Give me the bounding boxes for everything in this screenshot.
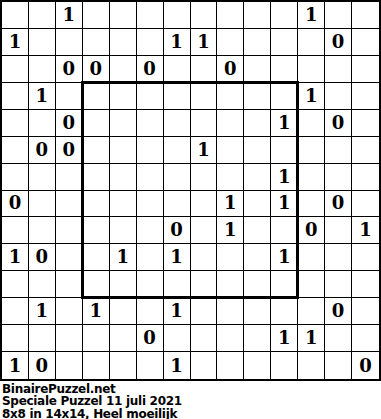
cell-r4c10[interactable] — [244, 83, 271, 110]
cell-r11c7[interactable] — [164, 271, 191, 298]
cell-r7c8[interactable] — [191, 164, 218, 191]
cell-r12c12[interactable] — [298, 298, 325, 325]
cell-r9c8[interactable] — [191, 217, 218, 244]
cell-r4c2: 1 — [29, 83, 56, 110]
cell-r2c2[interactable] — [29, 29, 56, 56]
cell-r10c1: 1 — [2, 244, 29, 271]
cell-r6c13[interactable] — [325, 137, 352, 164]
cell-r8c2[interactable] — [29, 191, 56, 218]
cell-r3c11[interactable] — [271, 56, 298, 83]
cell-r2c4[interactable] — [83, 29, 110, 56]
cell-r8c14[interactable] — [352, 191, 379, 218]
cell-r5c8[interactable] — [191, 110, 218, 137]
cell-r6c6[interactable] — [137, 137, 164, 164]
cell-r8c1: 0 — [2, 191, 29, 218]
cell-r6c3: 0 — [56, 137, 83, 164]
cell-r11c2[interactable] — [29, 271, 56, 298]
cell-r12c11[interactable] — [271, 298, 298, 325]
cell-r13c1[interactable] — [2, 325, 29, 352]
cell-r14c3[interactable] — [56, 352, 83, 379]
cell-r10c13[interactable] — [325, 244, 352, 271]
cell-r9c12: 0 — [298, 217, 325, 244]
cell-r9c14: 1 — [352, 217, 379, 244]
cell-r6c7[interactable] — [164, 137, 191, 164]
cell-r3c3: 0 — [56, 56, 83, 83]
cell-r2c3[interactable] — [56, 29, 83, 56]
cell-r1c9[interactable] — [217, 2, 244, 29]
cell-r3c8[interactable] — [191, 56, 218, 83]
cell-r14c8[interactable] — [191, 352, 218, 379]
cell-r7c14[interactable] — [352, 164, 379, 191]
cell-r9c6[interactable] — [137, 217, 164, 244]
cell-r12c5[interactable] — [110, 298, 137, 325]
cell-r11c14[interactable] — [352, 271, 379, 298]
cell-r13c10[interactable] — [244, 325, 271, 352]
cell-r3c7[interactable] — [164, 56, 191, 83]
cell-r8c8[interactable] — [191, 191, 218, 218]
cell-r5c4[interactable] — [83, 110, 110, 137]
cell-r10c12[interactable] — [298, 244, 325, 271]
cell-r4c5[interactable] — [110, 83, 137, 110]
cell-r6c11[interactable] — [271, 137, 298, 164]
cell-r6c2: 0 — [29, 137, 56, 164]
cell-r5c1[interactable] — [2, 110, 29, 137]
cell-r4c7[interactable] — [164, 83, 191, 110]
cell-r11c5[interactable] — [110, 271, 137, 298]
cell-r14c12[interactable] — [298, 352, 325, 379]
cell-r1c5[interactable] — [110, 2, 137, 29]
cell-r12c10[interactable] — [244, 298, 271, 325]
cell-r1c8[interactable] — [191, 2, 218, 29]
cell-r9c9: 1 — [217, 217, 244, 244]
cell-r7c6[interactable] — [137, 164, 164, 191]
cell-r5c14[interactable] — [352, 110, 379, 137]
cell-r11c3[interactable] — [56, 271, 83, 298]
cell-r6c14[interactable] — [352, 137, 379, 164]
cell-r2c11[interactable] — [271, 29, 298, 56]
cell-r1c7[interactable] — [164, 2, 191, 29]
cell-r14c2: 0 — [29, 352, 56, 379]
cell-r12c13: 0 — [325, 298, 352, 325]
cell-r8c10[interactable] — [244, 191, 271, 218]
cell-r5c10[interactable] — [244, 110, 271, 137]
cell-r14c11[interactable] — [271, 352, 298, 379]
cell-r1c1[interactable] — [2, 2, 29, 29]
cell-r14c4[interactable] — [83, 352, 110, 379]
cell-r5c7[interactable] — [164, 110, 191, 137]
cell-r6c10[interactable] — [244, 137, 271, 164]
cell-r13c9[interactable] — [217, 325, 244, 352]
cell-r11c8[interactable] — [191, 271, 218, 298]
cell-r10c11: 1 — [271, 244, 298, 271]
cell-r1c3: 1 — [56, 2, 83, 29]
cell-r6c12[interactable] — [298, 137, 325, 164]
cell-r7c3[interactable] — [56, 164, 83, 191]
cell-r4c11[interactable] — [271, 83, 298, 110]
cell-r5c3: 0 — [56, 110, 83, 137]
cell-r9c1[interactable] — [2, 217, 29, 244]
cell-r7c1[interactable] — [2, 164, 29, 191]
cell-r12c1[interactable] — [2, 298, 29, 325]
cell-r6c1[interactable] — [2, 137, 29, 164]
cell-r11c12[interactable] — [298, 271, 325, 298]
puzzle-board: 1111100000110100011011001011011111100111… — [0, 0, 381, 381]
cell-r12c9[interactable] — [217, 298, 244, 325]
cell-r11c1[interactable] — [2, 271, 29, 298]
cell-r14c10[interactable] — [244, 352, 271, 379]
cell-r8c5[interactable] — [110, 191, 137, 218]
cell-r9c11[interactable] — [271, 217, 298, 244]
cell-r8c7[interactable] — [164, 191, 191, 218]
cell-r2c9[interactable] — [217, 29, 244, 56]
cell-r4c14[interactable] — [352, 83, 379, 110]
puzzle-subtitle: 8x8 in 14x14, Heel moeilijk — [2, 408, 381, 419]
cell-r14c7: 1 — [164, 352, 191, 379]
cell-r7c2[interactable] — [29, 164, 56, 191]
cell-r12c7: 1 — [164, 298, 191, 325]
cell-r7c13[interactable] — [325, 164, 352, 191]
cell-r8c9: 1 — [217, 191, 244, 218]
cell-r5c9[interactable] — [217, 110, 244, 137]
cell-r10c3[interactable] — [56, 244, 83, 271]
cell-r13c3[interactable] — [56, 325, 83, 352]
cell-r4c8[interactable] — [191, 83, 218, 110]
cell-r1c2[interactable] — [29, 2, 56, 29]
cell-r1c14[interactable] — [352, 2, 379, 29]
cell-r9c5[interactable] — [110, 217, 137, 244]
cell-r2c10[interactable] — [244, 29, 271, 56]
cell-r11c6[interactable] — [137, 271, 164, 298]
cell-r3c14[interactable] — [352, 56, 379, 83]
cell-r7c7[interactable] — [164, 164, 191, 191]
cell-r3c10[interactable] — [244, 56, 271, 83]
puzzle-title: Speciale Puzzel 11 juli 2021 — [2, 395, 381, 407]
cell-r13c8[interactable] — [191, 325, 218, 352]
cell-r9c13[interactable] — [325, 217, 352, 244]
cell-r14c14: 0 — [352, 352, 379, 379]
cell-r10c9[interactable] — [217, 244, 244, 271]
cell-r11c9[interactable] — [217, 271, 244, 298]
cell-r6c8: 1 — [191, 137, 218, 164]
cell-r1c4[interactable] — [83, 2, 110, 29]
cell-r5c11: 1 — [271, 110, 298, 137]
cell-r10c14[interactable] — [352, 244, 379, 271]
cell-r1c10[interactable] — [244, 2, 271, 29]
cell-r2c13: 0 — [325, 29, 352, 56]
cell-r11c11[interactable] — [271, 271, 298, 298]
cell-r7c5[interactable] — [110, 164, 137, 191]
cell-r12c8[interactable] — [191, 298, 218, 325]
cell-r10c6[interactable] — [137, 244, 164, 271]
cell-r3c13[interactable] — [325, 56, 352, 83]
cell-r14c9[interactable] — [217, 352, 244, 379]
cell-r12c2: 1 — [29, 298, 56, 325]
cell-r3c5[interactable] — [110, 56, 137, 83]
cell-r3c4: 0 — [83, 56, 110, 83]
cell-r7c9[interactable] — [217, 164, 244, 191]
cell-r8c6[interactable] — [137, 191, 164, 218]
cell-r9c2[interactable] — [29, 217, 56, 244]
cell-r4c3[interactable] — [56, 83, 83, 110]
cell-r8c4[interactable] — [83, 191, 110, 218]
cell-r5c2[interactable] — [29, 110, 56, 137]
cell-r13c4[interactable] — [83, 325, 110, 352]
cell-r12c4: 1 — [83, 298, 110, 325]
cell-r5c5[interactable] — [110, 110, 137, 137]
cell-r3c2[interactable] — [29, 56, 56, 83]
cell-r4c12: 1 — [298, 83, 325, 110]
cell-r11c4[interactable] — [83, 271, 110, 298]
cell-r7c10[interactable] — [244, 164, 271, 191]
cell-r10c8[interactable] — [191, 244, 218, 271]
cell-r13c2[interactable] — [29, 325, 56, 352]
cell-r13c6: 0 — [137, 325, 164, 352]
cell-r1c12: 1 — [298, 2, 325, 29]
cell-r9c10[interactable] — [244, 217, 271, 244]
cell-r2c7: 1 — [164, 29, 191, 56]
cell-r14c13[interactable] — [325, 352, 352, 379]
cell-r10c4[interactable] — [83, 244, 110, 271]
cell-r1c13[interactable] — [325, 2, 352, 29]
cell-r11c10[interactable] — [244, 271, 271, 298]
cell-r2c8: 1 — [191, 29, 218, 56]
cell-r3c9: 0 — [217, 56, 244, 83]
cell-r8c13: 0 — [325, 191, 352, 218]
cell-r10c5: 1 — [110, 244, 137, 271]
cell-r1c6[interactable] — [137, 2, 164, 29]
cell-r3c1[interactable] — [2, 56, 29, 83]
cell-r7c12[interactable] — [298, 164, 325, 191]
cell-r2c6[interactable] — [137, 29, 164, 56]
cell-r5c12[interactable] — [298, 110, 325, 137]
cell-r14c5[interactable] — [110, 352, 137, 379]
cell-r4c13[interactable] — [325, 83, 352, 110]
caption: BinairePuzzel.net Speciale Puzzel 11 jul… — [0, 381, 381, 419]
cell-r10c2: 0 — [29, 244, 56, 271]
cell-r6c9[interactable] — [217, 137, 244, 164]
cell-r6c4[interactable] — [83, 137, 110, 164]
cell-r2c5[interactable] — [110, 29, 137, 56]
cell-r4c6[interactable] — [137, 83, 164, 110]
cell-r13c12: 1 — [298, 325, 325, 352]
cell-r5c6[interactable] — [137, 110, 164, 137]
cell-r14c6[interactable] — [137, 352, 164, 379]
cell-r13c7[interactable] — [164, 325, 191, 352]
cell-r8c11: 1 — [271, 191, 298, 218]
cell-r6c5[interactable] — [110, 137, 137, 164]
cell-r7c11: 1 — [271, 164, 298, 191]
cell-r12c6[interactable] — [137, 298, 164, 325]
cell-r9c4[interactable] — [83, 217, 110, 244]
cell-r11c13[interactable] — [325, 271, 352, 298]
cell-r8c12[interactable] — [298, 191, 325, 218]
cell-r4c1[interactable] — [2, 83, 29, 110]
cell-r4c4[interactable] — [83, 83, 110, 110]
cell-r12c3[interactable] — [56, 298, 83, 325]
cell-r2c14[interactable] — [352, 29, 379, 56]
cell-r1c11[interactable] — [271, 2, 298, 29]
cell-r14c1: 1 — [2, 352, 29, 379]
cell-r12c14[interactable] — [352, 298, 379, 325]
cell-r7c4[interactable] — [83, 164, 110, 191]
cell-r13c13[interactable] — [325, 325, 352, 352]
cell-r13c5[interactable] — [110, 325, 137, 352]
cell-r8c3[interactable] — [56, 191, 83, 218]
cell-r2c1: 1 — [2, 29, 29, 56]
cell-r10c7: 1 — [164, 244, 191, 271]
cell-r10c10[interactable] — [244, 244, 271, 271]
cell-r3c12[interactable] — [298, 56, 325, 83]
cell-r2c12[interactable] — [298, 29, 325, 56]
puzzle-grid: 1111100000110100011011001011011111100111… — [2, 2, 379, 379]
cell-r5c13: 0 — [325, 110, 352, 137]
cell-r13c14[interactable] — [352, 325, 379, 352]
cell-r9c7: 0 — [164, 217, 191, 244]
puzzle-page: 1111100000110100011011001011011111100111… — [0, 0, 381, 419]
cell-r4c9[interactable] — [217, 83, 244, 110]
cell-r9c3[interactable] — [56, 217, 83, 244]
cell-r13c11: 1 — [271, 325, 298, 352]
cell-r3c6: 0 — [137, 56, 164, 83]
